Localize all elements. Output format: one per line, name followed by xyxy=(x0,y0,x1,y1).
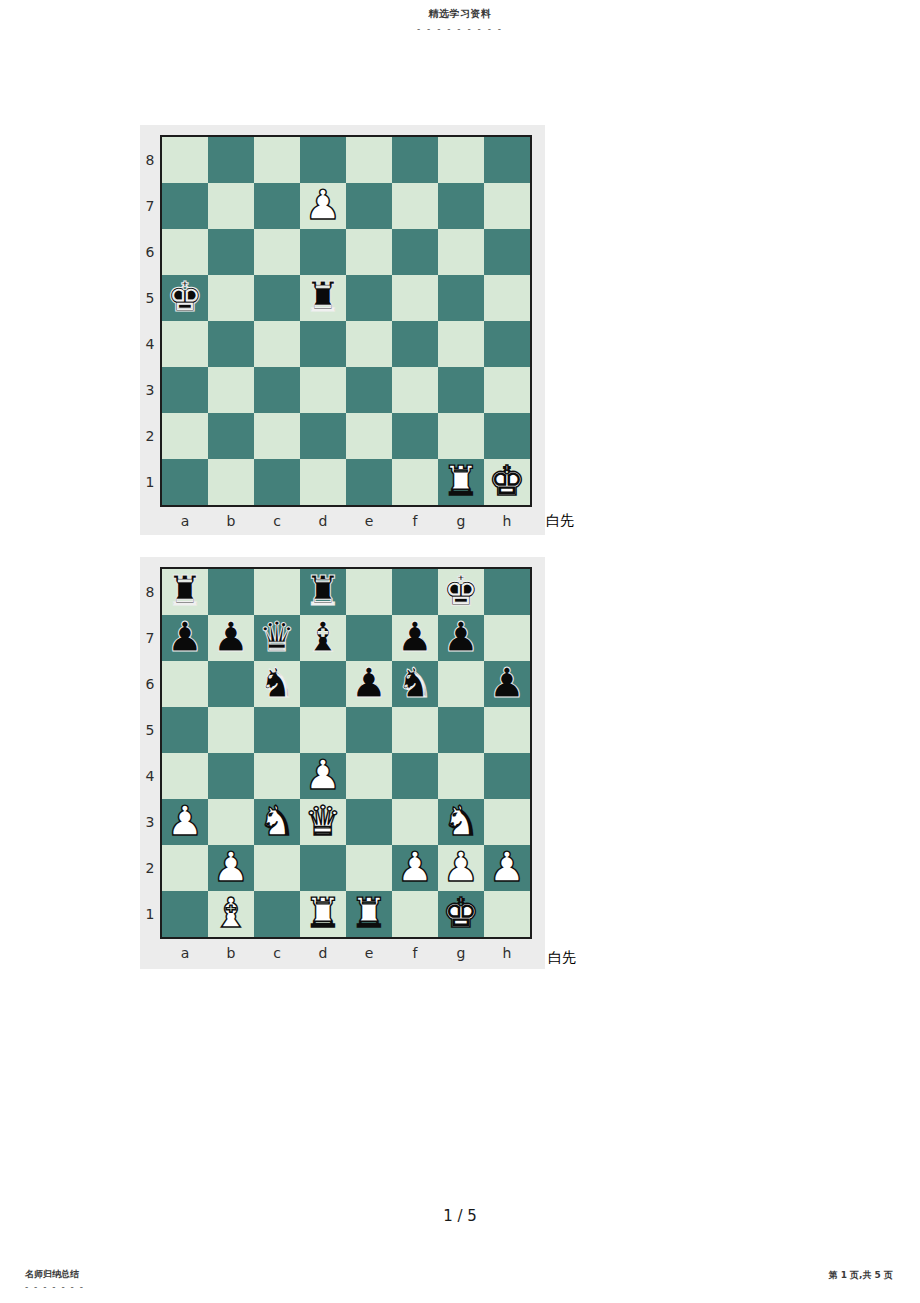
square-b5 xyxy=(208,707,254,753)
square-b8 xyxy=(208,569,254,615)
file-label-d: d xyxy=(300,509,346,533)
rank-label-5: 5 xyxy=(140,275,160,321)
square-h2: ♟ xyxy=(484,845,530,891)
square-f6 xyxy=(392,229,438,275)
file-label-a: a xyxy=(162,941,208,965)
file-label-c: c xyxy=(254,509,300,533)
rank-label-8: 8 xyxy=(140,137,160,183)
rank-label-4: 4 xyxy=(140,753,160,799)
black-pawn-a7: ♟ xyxy=(167,614,204,660)
file-label-c: c xyxy=(254,941,300,965)
black-king-a5: ♚ xyxy=(167,274,204,320)
square-a7: ♟ xyxy=(162,615,208,661)
black-knight-c6: ♞ xyxy=(259,660,296,706)
square-c8 xyxy=(254,569,300,615)
rank-label-6: 6 xyxy=(140,661,160,707)
black-knight-f6: ♞ xyxy=(397,660,434,706)
square-e5 xyxy=(346,707,392,753)
square-b6 xyxy=(208,661,254,707)
square-h7 xyxy=(484,615,530,661)
file-label-f: f xyxy=(392,941,438,965)
square-c3: ♞ xyxy=(254,799,300,845)
square-f6: ♞ xyxy=(392,661,438,707)
black-pawn-h6: ♟ xyxy=(489,660,526,706)
square-h6 xyxy=(484,229,530,275)
square-d4 xyxy=(300,321,346,367)
square-e4 xyxy=(346,321,392,367)
black-pawn-g7: ♟ xyxy=(443,614,480,660)
black-pawn-f7: ♟ xyxy=(397,614,434,660)
square-f3 xyxy=(392,799,438,845)
square-f7: ♟ xyxy=(392,615,438,661)
white-rook-e1: ♜ xyxy=(351,890,388,936)
square-d7: ♟ xyxy=(300,183,346,229)
board-2-caption-white-to-move: 白先 xyxy=(548,949,576,967)
square-h5 xyxy=(484,707,530,753)
black-queen-c7: ♛ xyxy=(259,614,296,660)
square-d6 xyxy=(300,661,346,707)
page-header: 精选学习资料 - - - - - - - - - xyxy=(0,7,920,34)
square-d3: ♛ xyxy=(300,799,346,845)
square-h8 xyxy=(484,137,530,183)
square-c5 xyxy=(254,275,300,321)
black-rook-d8: ♜ xyxy=(305,568,342,614)
square-f7 xyxy=(392,183,438,229)
square-c8 xyxy=(254,137,300,183)
square-b3 xyxy=(208,367,254,413)
square-b4 xyxy=(208,753,254,799)
square-b3 xyxy=(208,799,254,845)
square-b2: ♟ xyxy=(208,845,254,891)
header-dashed-line: - - - - - - - - - xyxy=(0,24,920,34)
square-g7 xyxy=(438,183,484,229)
rank-label-5: 5 xyxy=(140,707,160,753)
square-a7 xyxy=(162,183,208,229)
square-b2 xyxy=(208,413,254,459)
footer-left-text: 名师归纳总结 xyxy=(25,1268,79,1281)
square-f4 xyxy=(392,753,438,799)
square-c1 xyxy=(254,891,300,937)
square-d1 xyxy=(300,459,346,505)
square-b1 xyxy=(208,459,254,505)
file-label-a: a xyxy=(162,509,208,533)
footer-page-count: 第 1 页,共 5 页 xyxy=(829,1269,893,1282)
square-e5 xyxy=(346,275,392,321)
square-a4 xyxy=(162,753,208,799)
rank-labels: 87654321 xyxy=(140,569,160,937)
square-g6 xyxy=(438,229,484,275)
white-pawn-d4: ♟ xyxy=(305,752,342,798)
square-f1 xyxy=(392,891,438,937)
rank-label-6: 6 xyxy=(140,229,160,275)
chess-diagram-2: 87654321 ♜♜♚♟♟♛♝♟♟♞♟♞♟♟♟♞♛♞♟♟♟♟♝♜♜♚ abcd… xyxy=(140,557,545,969)
file-label-d: d xyxy=(300,941,346,965)
square-g4 xyxy=(438,753,484,799)
white-rook-d1: ♜ xyxy=(305,890,342,936)
square-a1 xyxy=(162,459,208,505)
square-h4 xyxy=(484,321,530,367)
square-h4 xyxy=(484,753,530,799)
square-f8 xyxy=(392,137,438,183)
file-labels: abcdefgh xyxy=(162,509,530,533)
square-a8: ♜ xyxy=(162,569,208,615)
square-g2 xyxy=(438,413,484,459)
rank-label-2: 2 xyxy=(140,845,160,891)
square-e7 xyxy=(346,615,392,661)
square-b4 xyxy=(208,321,254,367)
square-g5 xyxy=(438,707,484,753)
square-a8 xyxy=(162,137,208,183)
square-a3 xyxy=(162,367,208,413)
square-d3 xyxy=(300,367,346,413)
square-h1: ♚ xyxy=(484,459,530,505)
square-d7: ♝ xyxy=(300,615,346,661)
square-g8: ♚ xyxy=(438,569,484,615)
chess-diagram-1: 87654321 ♟♚♜♜♚ abcdefgh xyxy=(140,125,545,535)
square-c6: ♞ xyxy=(254,661,300,707)
square-g5 xyxy=(438,275,484,321)
rank-label-4: 4 xyxy=(140,321,160,367)
square-g3 xyxy=(438,367,484,413)
rank-label-7: 7 xyxy=(140,615,160,661)
square-g6 xyxy=(438,661,484,707)
square-h8 xyxy=(484,569,530,615)
white-pawn-b2: ♟ xyxy=(213,844,250,890)
square-d4: ♟ xyxy=(300,753,346,799)
square-g3: ♞ xyxy=(438,799,484,845)
square-e3 xyxy=(346,799,392,845)
white-pawn-h2: ♟ xyxy=(489,844,526,890)
square-e7 xyxy=(346,183,392,229)
white-king-h1: ♚ xyxy=(489,458,526,504)
square-c4 xyxy=(254,753,300,799)
black-rook-d5: ♜ xyxy=(305,274,342,320)
white-queen-d3: ♛ xyxy=(305,798,342,844)
square-h3 xyxy=(484,799,530,845)
square-c4 xyxy=(254,321,300,367)
chess-board-1: ♟♚♜♜♚ xyxy=(160,135,532,507)
square-b6 xyxy=(208,229,254,275)
square-c2 xyxy=(254,845,300,891)
file-label-g: g xyxy=(438,509,484,533)
square-e6: ♟ xyxy=(346,661,392,707)
white-pawn-a3: ♟ xyxy=(167,798,204,844)
square-c7: ♛ xyxy=(254,615,300,661)
square-a5: ♚ xyxy=(162,275,208,321)
square-b8 xyxy=(208,137,254,183)
black-rook-a8: ♜ xyxy=(167,568,204,614)
square-b7 xyxy=(208,183,254,229)
white-knight-g3: ♞ xyxy=(443,798,480,844)
square-g1: ♚ xyxy=(438,891,484,937)
page-indicator: 1 / 5 xyxy=(0,1207,920,1225)
rank-label-3: 3 xyxy=(140,799,160,845)
file-label-g: g xyxy=(438,941,484,965)
square-h3 xyxy=(484,367,530,413)
square-f5 xyxy=(392,275,438,321)
square-e6 xyxy=(346,229,392,275)
file-label-e: e xyxy=(346,509,392,533)
square-g7: ♟ xyxy=(438,615,484,661)
square-g8 xyxy=(438,137,484,183)
rank-labels: 87654321 xyxy=(140,137,160,505)
black-bishop-d7: ♝ xyxy=(305,614,342,660)
square-d2 xyxy=(300,845,346,891)
square-f4 xyxy=(392,321,438,367)
rank-label-8: 8 xyxy=(140,569,160,615)
chess-board-2: ♜♜♚♟♟♛♝♟♟♞♟♞♟♟♟♞♛♞♟♟♟♟♝♜♜♚ xyxy=(160,567,532,939)
footer-dashed-line: - - - - - - - xyxy=(25,1282,84,1292)
file-label-b: b xyxy=(208,509,254,533)
square-a4 xyxy=(162,321,208,367)
square-f1 xyxy=(392,459,438,505)
square-e1 xyxy=(346,459,392,505)
square-e2 xyxy=(346,413,392,459)
square-f2 xyxy=(392,413,438,459)
square-h5 xyxy=(484,275,530,321)
rank-label-2: 2 xyxy=(140,413,160,459)
square-e8 xyxy=(346,137,392,183)
square-h7 xyxy=(484,183,530,229)
white-pawn-d7: ♟ xyxy=(305,182,342,228)
white-pawn-f2: ♟ xyxy=(397,844,434,890)
white-knight-c3: ♞ xyxy=(259,798,296,844)
square-d6 xyxy=(300,229,346,275)
square-a3: ♟ xyxy=(162,799,208,845)
square-b5 xyxy=(208,275,254,321)
square-d1: ♜ xyxy=(300,891,346,937)
file-label-f: f xyxy=(392,509,438,533)
header-title: 精选学习资料 xyxy=(0,7,920,21)
square-g2: ♟ xyxy=(438,845,484,891)
square-b1: ♝ xyxy=(208,891,254,937)
square-c6 xyxy=(254,229,300,275)
square-g1: ♜ xyxy=(438,459,484,505)
square-h2 xyxy=(484,413,530,459)
white-bishop-b1: ♝ xyxy=(213,890,250,936)
square-d5: ♜ xyxy=(300,275,346,321)
square-f5 xyxy=(392,707,438,753)
file-label-b: b xyxy=(208,941,254,965)
file-label-h: h xyxy=(484,941,530,965)
rank-label-7: 7 xyxy=(140,183,160,229)
square-d8: ♜ xyxy=(300,569,346,615)
square-e3 xyxy=(346,367,392,413)
square-a6 xyxy=(162,661,208,707)
square-d5 xyxy=(300,707,346,753)
white-rook-g1: ♜ xyxy=(443,458,480,504)
square-c1 xyxy=(254,459,300,505)
square-c5 xyxy=(254,707,300,753)
square-a5 xyxy=(162,707,208,753)
square-c7 xyxy=(254,183,300,229)
black-king-g8: ♚ xyxy=(443,568,480,614)
file-labels: abcdefgh xyxy=(162,941,530,965)
square-f8 xyxy=(392,569,438,615)
rank-label-3: 3 xyxy=(140,367,160,413)
black-pawn-e6: ♟ xyxy=(351,660,388,706)
square-f2: ♟ xyxy=(392,845,438,891)
square-e4 xyxy=(346,753,392,799)
document-page: 精选学习资料 - - - - - - - - - 87654321 ♟♚♜♜♚ … xyxy=(0,0,920,1303)
square-b7: ♟ xyxy=(208,615,254,661)
rank-label-1: 1 xyxy=(140,891,160,937)
square-d2 xyxy=(300,413,346,459)
white-pawn-g2: ♟ xyxy=(443,844,480,890)
square-d8 xyxy=(300,137,346,183)
square-e1: ♜ xyxy=(346,891,392,937)
board-1-caption-white-to-move: 白先 xyxy=(546,512,574,530)
file-label-h: h xyxy=(484,509,530,533)
square-c2 xyxy=(254,413,300,459)
white-king-g1: ♚ xyxy=(443,890,480,936)
square-g4 xyxy=(438,321,484,367)
square-a1 xyxy=(162,891,208,937)
square-a6 xyxy=(162,229,208,275)
square-c3 xyxy=(254,367,300,413)
square-f3 xyxy=(392,367,438,413)
rank-label-1: 1 xyxy=(140,459,160,505)
square-a2 xyxy=(162,413,208,459)
file-label-e: e xyxy=(346,941,392,965)
square-h6: ♟ xyxy=(484,661,530,707)
square-e8 xyxy=(346,569,392,615)
black-pawn-b7: ♟ xyxy=(213,614,250,660)
square-e2 xyxy=(346,845,392,891)
square-a2 xyxy=(162,845,208,891)
square-h1 xyxy=(484,891,530,937)
